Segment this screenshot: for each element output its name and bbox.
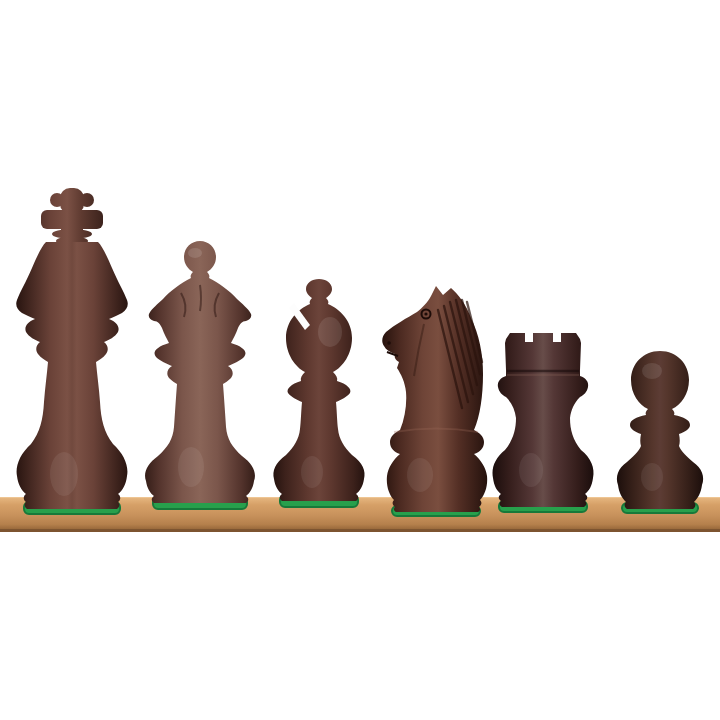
bishop-piece: [270, 277, 368, 515]
queen-piece: [141, 237, 259, 515]
king-piece: [12, 184, 132, 516]
rook-piece: [489, 330, 597, 520]
product-photo: [0, 0, 720, 720]
knight-nostril: [387, 341, 391, 345]
knight-piece: [380, 280, 492, 518]
pawn-piece: [614, 347, 706, 519]
